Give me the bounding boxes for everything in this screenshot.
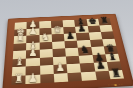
square-a2[interactable]: ♟ bbox=[26, 74, 40, 84]
black-rook[interactable]: ♜ bbox=[108, 67, 124, 80]
square-a6[interactable] bbox=[81, 71, 96, 81]
white-rook[interactable]: ♜ bbox=[11, 72, 26, 85]
square-a8[interactable]: ♜ bbox=[108, 70, 124, 80]
board-grid: ♟♝♚♜♚♟♛♟♜♞♟♝♟♞♛♝♟♝♟♟♜♟♜ bbox=[11, 18, 124, 85]
white-pawn[interactable]: ♟ bbox=[26, 71, 40, 84]
chess-board: ··▪·· ♟♝♚♜♚♟♛♟♜♞♟♝♟♞♛♝♟♝♟♟♜♟♜ bbox=[2, 14, 133, 88]
square-a3[interactable] bbox=[40, 73, 54, 83]
square-a5[interactable] bbox=[67, 72, 82, 82]
square-a4[interactable] bbox=[54, 73, 69, 83]
square-a1[interactable]: ♜ bbox=[11, 75, 25, 85]
frame-decoration-marks: ··▪·· bbox=[108, 83, 125, 87]
photo-background: ··▪·· ♟♝♚♜♚♟♛♟♜♞♟♝♟♞♛♝♟♝♟♟♜♟♜ bbox=[0, 0, 133, 88]
